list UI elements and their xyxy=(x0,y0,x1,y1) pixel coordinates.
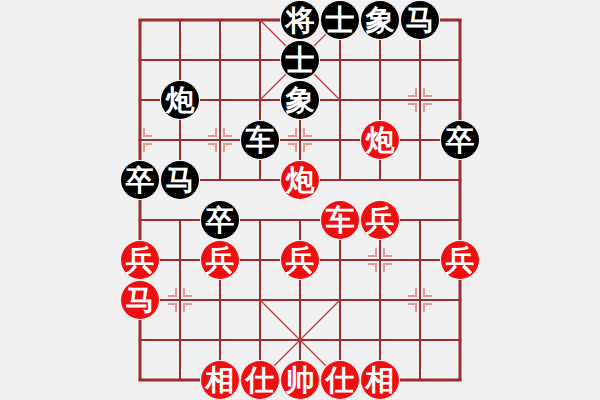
red-soldier-piece[interactable]: 兵 xyxy=(121,241,159,279)
black-soldier-piece[interactable]: 卒 xyxy=(441,121,479,159)
black-elephant-piece[interactable]: 象 xyxy=(361,1,399,39)
red-soldier-piece[interactable]: 兵 xyxy=(281,241,319,279)
black-advisor-piece[interactable]: 士 xyxy=(321,1,359,39)
black-cannon-piece[interactable]: 炮 xyxy=(161,81,199,119)
black-general-piece[interactable]: 将 xyxy=(281,1,319,39)
black-elephant-piece[interactable]: 象 xyxy=(281,81,319,119)
red-cannon-piece[interactable]: 炮 xyxy=(281,161,319,199)
red-chariot-piece[interactable]: 车 xyxy=(321,201,359,239)
black-horse-piece[interactable]: 马 xyxy=(161,161,199,199)
red-soldier-piece[interactable]: 兵 xyxy=(361,201,399,239)
red-advisor-piece[interactable]: 仕 xyxy=(241,361,279,399)
red-cannon-piece[interactable]: 炮 xyxy=(361,121,399,159)
red-soldier-piece[interactable]: 兵 xyxy=(441,241,479,279)
red-horse-piece[interactable]: 马 xyxy=(121,281,159,319)
red-general-piece[interactable]: 帅 xyxy=(281,361,319,399)
xiangqi-board: 将士象马士炮象车炮卒卒马炮卒车兵兵兵兵兵马相仕帅仕相 xyxy=(0,0,600,400)
black-chariot-piece[interactable]: 车 xyxy=(241,121,279,159)
red-elephant-piece[interactable]: 相 xyxy=(201,361,239,399)
black-soldier-piece[interactable]: 卒 xyxy=(201,201,239,239)
red-soldier-piece[interactable]: 兵 xyxy=(201,241,239,279)
black-advisor-piece[interactable]: 士 xyxy=(281,41,319,79)
pieces-layer: 将士象马士炮象车炮卒卒马炮卒车兵兵兵兵兵马相仕帅仕相 xyxy=(0,0,600,400)
red-advisor-piece[interactable]: 仕 xyxy=(321,361,359,399)
black-horse-piece[interactable]: 马 xyxy=(401,1,439,39)
red-elephant-piece[interactable]: 相 xyxy=(361,361,399,399)
black-soldier-piece[interactable]: 卒 xyxy=(121,161,159,199)
